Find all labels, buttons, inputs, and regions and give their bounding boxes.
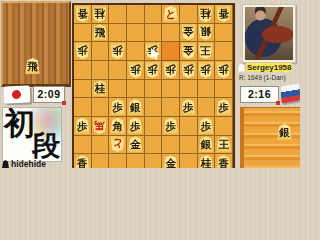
square-7b[interactable] [109,24,127,43]
square-2e[interactable] [198,80,216,99]
square-5a[interactable] [145,5,163,24]
gote-piece-3c[interactable]: 金 [181,43,196,59]
shogi-board[interactable]: 香桂と桂香飛金銀歩歩歩金王歩歩歩歩歩歩桂歩銀歩歩歩馬角歩歩歩と金銀王香金桂香 [72,3,235,168]
gote-piece-1a[interactable]: 香 [216,6,231,22]
sente-piece-1f[interactable]: 歩 [216,99,231,115]
square-1a[interactable]: 香 [215,5,233,24]
square-1i[interactable]: 香 [215,154,233,168]
square-1d[interactable]: 歩 [215,61,233,80]
square-6g[interactable]: 歩 [127,117,145,136]
square-3i[interactable] [180,154,198,168]
sente-hand-tray: 飛 [1,1,71,87]
square-4b[interactable] [162,24,180,43]
square-3h[interactable] [180,136,198,155]
square-4d[interactable]: 歩 [162,61,180,80]
square-6i[interactable] [127,154,145,168]
square-7d[interactable] [109,61,127,80]
gote-rating: R: 1649 (1-Dan) [239,74,286,81]
sente-piece-8e[interactable]: 桂 [92,80,107,96]
square-6c[interactable] [127,42,145,61]
square-9g[interactable]: 歩 [74,117,92,136]
gote-piece-3b[interactable]: 金 [181,24,196,40]
gote-hand-tray: 銀 [240,107,300,168]
square-1b[interactable] [215,24,233,43]
sente-piece-7f[interactable]: 歩 [110,99,125,115]
square-1g[interactable] [215,117,233,136]
gote-piece-2d[interactable]: 歩 [198,62,213,78]
sente-piece-3f[interactable]: 歩 [181,99,196,115]
white-piece-icon [238,64,245,72]
gote-piece-4d[interactable]: 歩 [163,62,178,78]
japan-flag-icon [4,86,31,104]
gote-player-photo [242,4,296,63]
square-4a[interactable]: と [162,5,180,24]
square-3f[interactable]: 歩 [180,98,198,117]
square-3e[interactable] [180,80,198,99]
square-4g[interactable]: 歩 [162,117,180,136]
square-8b[interactable]: 飛 [92,24,110,43]
sente-piece-2i[interactable]: 桂 [198,155,213,168]
square-8e[interactable]: 桂 [92,80,110,99]
square-8a[interactable]: 桂 [92,5,110,24]
square-7e[interactable] [109,80,127,99]
gote-name-label: Sergey1958 [246,63,292,72]
square-6f[interactable]: 銀 [127,98,145,117]
square-1f[interactable]: 歩 [215,98,233,117]
sente-piece-6h[interactable]: 金 [128,136,143,152]
black-piece-icon [2,160,9,168]
gote-piece-2b[interactable]: 銀 [198,24,213,40]
sente-clock: 2:09 [33,86,65,103]
gote-piece-9a[interactable]: 香 [75,6,90,22]
square-4e[interactable] [162,80,180,99]
square-1h[interactable]: 王 [215,136,233,155]
app-root: { "game": "shogi", "position": { "sfen":… [0,0,300,168]
square-5g[interactable] [145,117,163,136]
gote-piece-3d[interactable]: 歩 [181,62,196,78]
sente-rank-card: 初 段 [2,107,62,162]
sente-piece-4i[interactable]: 金 [163,155,178,168]
gote-piece-6d[interactable]: 歩 [128,62,143,78]
square-2c[interactable]: 王 [198,42,216,61]
square-3b[interactable]: 金 [180,24,198,43]
square-6a[interactable] [127,5,145,24]
square-7f[interactable]: 歩 [109,98,127,117]
square-5d[interactable]: 歩 [145,61,163,80]
square-9i[interactable]: 香 [74,154,92,168]
square-8g[interactable]: 馬 [92,117,110,136]
square-5e[interactable] [145,80,163,99]
square-2i[interactable]: 桂 [198,154,216,168]
square-8d[interactable] [92,61,110,80]
square-2b[interactable]: 銀 [198,24,216,43]
sente-piece-1h[interactable]: 王 [216,136,231,152]
sente-piece-4a[interactable]: と [163,6,178,22]
square-9a[interactable]: 香 [74,5,92,24]
square-2h[interactable]: 銀 [198,136,216,155]
square-9f[interactable] [74,98,92,117]
square-4c[interactable] [162,42,180,61]
square-6h[interactable]: 金 [127,136,145,155]
square-8i[interactable] [92,154,110,168]
gote-piece-8a[interactable]: 桂 [92,6,107,22]
sente-piece-2g[interactable]: 歩 [198,118,213,134]
square-3a[interactable] [180,5,198,24]
square-3c[interactable]: 金 [180,42,198,61]
rank-kanji-dan: 段 [32,127,60,162]
gote-clock: 2:16 [240,86,279,103]
square-9e[interactable] [74,80,92,99]
square-4f[interactable] [162,98,180,117]
square-5i[interactable] [145,154,163,168]
square-6b[interactable] [127,24,145,43]
sente-name-label: hidehide [11,159,46,168]
square-5b[interactable] [145,24,163,43]
sente-piece-8b[interactable]: 飛 [92,24,107,40]
gote-piece-2c[interactable]: 王 [198,43,213,59]
sente-player-name: hidehide [2,159,46,168]
square-3g[interactable] [180,117,198,136]
gote-piece-5d[interactable]: 歩 [145,62,160,78]
square-5h[interactable] [145,136,163,155]
square-9h[interactable] [74,136,92,155]
square-7a[interactable] [109,5,127,24]
gote-piece-2a[interactable]: 桂 [198,6,213,22]
square-9b[interactable] [74,24,92,43]
gote-hand-piece-銀[interactable]: 銀 [277,124,292,140]
square-9c[interactable]: 歩 [74,42,92,61]
sente-piece-9i[interactable]: 香 [75,155,90,168]
sente-piece-1i[interactable]: 香 [216,155,231,168]
square-5f[interactable] [145,98,163,117]
sente-piece-2h[interactable]: 銀 [198,136,213,152]
square-7i[interactable] [109,154,127,168]
square-2g[interactable]: 歩 [198,117,216,136]
gote-piece-9c[interactable]: 歩 [75,43,90,59]
square-8c[interactable] [92,42,110,61]
sente-piece-6f[interactable]: 銀 [128,99,143,115]
square-4i[interactable]: 金 [162,154,180,168]
square-6d[interactable]: 歩 [127,61,145,80]
sente-piece-6g[interactable]: 歩 [128,118,143,134]
sente-piece-7g[interactable]: 角 [110,118,125,134]
square-1e[interactable] [215,80,233,99]
square-7g[interactable]: 角 [109,117,127,136]
square-8f[interactable] [92,98,110,117]
square-8h[interactable] [92,136,110,155]
square-3d[interactable]: 歩 [180,61,198,80]
gote-piece-8g[interactable]: 馬 [92,118,107,134]
russia-flag-icon [280,83,300,103]
photo-image [245,7,293,60]
square-2f[interactable] [198,98,216,117]
square-4h[interactable] [162,136,180,155]
sente-piece-9g[interactable]: 歩 [75,118,90,134]
square-9d[interactable] [74,61,92,80]
square-6e[interactable] [127,80,145,99]
sente-hand-piece-飛[interactable]: 飛 [25,58,40,74]
square-7h[interactable]: と [109,136,127,155]
square-2a[interactable]: 桂 [198,5,216,24]
gote-piece-1d[interactable]: 歩 [216,62,231,78]
gote-player-name[interactable]: Sergey1958 [238,63,292,72]
sente-piece-4g[interactable]: 歩 [163,118,178,134]
square-2d[interactable]: 歩 [198,61,216,80]
rank-kanji-sho: 初 [4,107,35,145]
gote-piece-7h[interactable]: と [110,136,125,152]
gote-piece-7c[interactable]: 歩 [110,43,125,59]
square-7c[interactable]: 歩 [109,42,127,61]
square-1c[interactable] [215,42,233,61]
